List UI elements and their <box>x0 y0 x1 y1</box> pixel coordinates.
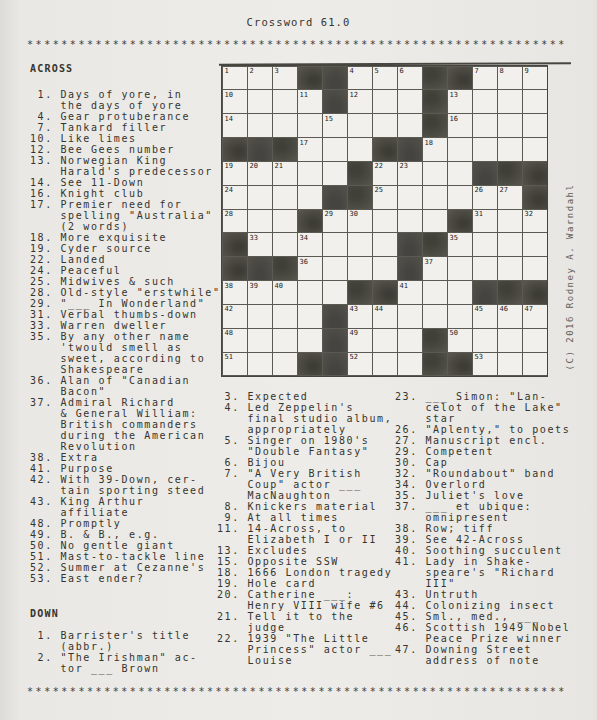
grid-cell[interactable] <box>398 90 422 113</box>
grid-cell[interactable] <box>448 281 472 304</box>
cell-number: 19 <box>225 162 233 170</box>
grid-cell[interactable]: 41 <box>398 281 422 304</box>
grid-cell[interactable]: 51 <box>223 353 247 376</box>
cell-number: 41 <box>400 282 408 290</box>
grid-cell[interactable]: 31 <box>473 210 497 233</box>
cell-number: 24 <box>225 186 233 194</box>
cell-number: 10 <box>225 91 233 99</box>
grid-cell[interactable] <box>473 257 497 280</box>
cell-number: 9 <box>525 67 529 75</box>
grid-cell[interactable]: 2 <box>248 67 272 90</box>
grid-cell[interactable]: 37 <box>423 257 447 280</box>
grid-cell[interactable] <box>498 233 522 256</box>
cell-number: 31 <box>475 210 483 218</box>
grid-cell[interactable] <box>523 114 547 137</box>
cell-number: 42 <box>225 305 233 313</box>
grid-cell[interactable] <box>348 114 372 137</box>
grid-cell-black <box>298 353 322 376</box>
grid-cell-black <box>323 67 347 90</box>
grid-cell[interactable]: 18 <box>423 138 447 161</box>
grid-cell[interactable]: 21 <box>273 162 297 185</box>
grid-cell[interactable]: 43 <box>348 305 372 328</box>
grid-cell[interactable] <box>448 257 472 280</box>
grid-cell[interactable] <box>523 353 547 376</box>
grid-cell[interactable]: 5 <box>373 67 397 90</box>
across-clue-list: 1. Days of yore, in the days of yore 4. … <box>30 89 221 584</box>
cell-number: 51 <box>225 353 233 361</box>
grid-cell[interactable]: 22 <box>373 162 397 185</box>
cell-number: 8 <box>500 67 504 75</box>
grid-cell[interactable]: 27 <box>498 186 522 209</box>
grid-cell-black <box>398 138 422 161</box>
grid-cell[interactable] <box>523 233 547 256</box>
grid-cell-black <box>348 281 372 304</box>
cell-number: 13 <box>450 91 458 99</box>
grid-cell[interactable] <box>498 90 522 113</box>
grid-cell-black <box>423 353 447 376</box>
grid-cell-black <box>223 138 247 161</box>
grid-cell-black <box>373 281 397 304</box>
grid-cell[interactable] <box>323 257 347 280</box>
separator-top: ****************************************… <box>27 39 567 50</box>
grid-cell-black <box>348 162 372 185</box>
grid-cell[interactable]: 3 <box>273 67 297 90</box>
cell-number: 12 <box>350 91 358 99</box>
grid-cell[interactable]: 44 <box>373 305 397 328</box>
grid-cell[interactable]: 46 <box>498 305 522 328</box>
cell-number: 7 <box>475 67 479 75</box>
grid-cell[interactable]: 16 <box>448 114 472 137</box>
grid-cell[interactable] <box>323 138 347 161</box>
grid-cell[interactable] <box>248 305 272 328</box>
grid-cell-black <box>323 186 347 209</box>
grid-cell[interactable] <box>423 305 447 328</box>
grid-cell[interactable]: 9 <box>523 67 547 90</box>
grid-cell-black <box>448 210 472 233</box>
grid-cell[interactable]: 28 <box>223 210 247 233</box>
copyright-text: (C) 2016 Rodney A. Warndahl <box>565 182 577 372</box>
grid-cell[interactable] <box>273 90 297 113</box>
grid-cell[interactable] <box>373 90 397 113</box>
grid-cell-black <box>498 162 522 185</box>
grid-cell-black <box>423 233 447 256</box>
grid-cell[interactable]: 34 <box>298 233 322 256</box>
grid-cell[interactable]: 40 <box>273 281 297 304</box>
grid-cell-black <box>298 210 322 233</box>
grid-cell[interactable] <box>273 329 297 352</box>
grid-cell[interactable] <box>448 138 472 161</box>
grid-cell-black <box>498 281 522 304</box>
grid-cell[interactable] <box>398 114 422 137</box>
grid-cell[interactable]: 47 <box>523 305 547 328</box>
grid-cell[interactable] <box>423 281 447 304</box>
grid-cell[interactable]: 50 <box>448 329 472 352</box>
cell-number: 11 <box>300 91 308 99</box>
grid-cell-black <box>473 281 497 304</box>
grid-cell[interactable] <box>448 305 472 328</box>
grid-cell-black <box>273 257 297 280</box>
grid-cell[interactable] <box>248 353 272 376</box>
grid-cell[interactable] <box>298 186 322 209</box>
clue-column-left: ACROSS 1. Days of yore, in the days of y… <box>30 63 221 674</box>
grid-cell[interactable] <box>398 329 422 352</box>
cell-number: 5 <box>375 67 379 75</box>
grid-cell-black <box>323 353 347 376</box>
grid-cell[interactable]: 38 <box>223 281 247 304</box>
grid-cell[interactable] <box>248 90 272 113</box>
grid-cell[interactable] <box>273 353 297 376</box>
grid-cell[interactable]: 35 <box>448 233 472 256</box>
cell-number: 50 <box>450 329 458 337</box>
grid-cell[interactable] <box>523 257 547 280</box>
cell-number: 30 <box>350 210 358 218</box>
down-clue-list-1: 1. Barrister's title (abbr.) 2. "The Iri… <box>30 630 221 674</box>
cell-number: 16 <box>450 115 458 123</box>
grid-cell[interactable]: 32 <box>523 210 547 233</box>
grid-cell[interactable] <box>298 329 322 352</box>
cell-number: 18 <box>425 139 433 147</box>
grid-cell[interactable]: 14 <box>223 114 247 137</box>
grid-cell[interactable] <box>273 186 297 209</box>
grid-cell[interactable] <box>398 353 422 376</box>
grid-cell-black <box>523 186 547 209</box>
cell-number: 20 <box>250 162 258 170</box>
grid-cell-black <box>448 67 472 90</box>
grid-cell[interactable]: 53 <box>473 353 497 376</box>
grid-cell[interactable] <box>373 257 397 280</box>
cell-number: 3 <box>275 67 279 75</box>
grid-cell[interactable] <box>423 186 447 209</box>
grid-cell[interactable]: 19 <box>223 162 247 185</box>
grid-cell[interactable] <box>348 257 372 280</box>
cell-number: 53 <box>475 353 483 361</box>
grid-cell[interactable]: 26 <box>473 186 497 209</box>
cell-number: 6 <box>400 67 404 75</box>
down-clue-list-3: 23. ___ Simon: "Lan- celot of the Lake" … <box>395 391 570 666</box>
grid-cell[interactable]: 39 <box>248 281 272 304</box>
grid-cell[interactable] <box>273 233 297 256</box>
grid-cell[interactable] <box>498 210 522 233</box>
grid-cell[interactable] <box>323 281 347 304</box>
grid-cell[interactable] <box>498 138 522 161</box>
grid-cell[interactable]: 17 <box>298 138 322 161</box>
grid-cell[interactable]: 1 <box>223 67 247 90</box>
cell-number: 25 <box>375 186 383 194</box>
cell-number: 44 <box>375 305 383 313</box>
grid-cell[interactable] <box>448 186 472 209</box>
cell-number: 4 <box>350 67 354 75</box>
cell-number: 39 <box>250 282 258 290</box>
grid-cell[interactable]: 48 <box>223 329 247 352</box>
grid-cell-black <box>248 257 272 280</box>
grid-cell[interactable] <box>498 353 522 376</box>
cell-number: 48 <box>225 329 233 337</box>
grid-cell[interactable] <box>523 90 547 113</box>
grid-cell[interactable] <box>348 233 372 256</box>
grid-cell-black <box>423 67 447 90</box>
grid-cell[interactable]: 36 <box>298 257 322 280</box>
grid-cell-black <box>323 90 347 113</box>
cell-number: 45 <box>475 305 483 313</box>
grid-cell[interactable]: 23 <box>398 162 422 185</box>
cell-number: 40 <box>275 282 283 290</box>
grid-cell[interactable] <box>248 329 272 352</box>
grid-cell[interactable]: 45 <box>473 305 497 328</box>
cell-number: 36 <box>300 258 308 266</box>
grid-cell[interactable] <box>398 186 422 209</box>
grid-cell[interactable]: 13 <box>448 90 472 113</box>
cell-number: 38 <box>225 282 233 290</box>
scanned-crossword-page: Crossword 61.0 *************************… <box>0 0 597 720</box>
grid-cell[interactable] <box>373 210 397 233</box>
grid-cell[interactable] <box>348 138 372 161</box>
grid-cell[interactable] <box>398 305 422 328</box>
cell-number: 22 <box>375 162 383 170</box>
grid-cell[interactable]: 33 <box>248 233 272 256</box>
cell-number: 2 <box>250 67 254 75</box>
grid-cell-black <box>423 90 447 113</box>
grid-cell[interactable] <box>273 114 297 137</box>
grid-cell-black <box>223 257 247 280</box>
grid-cell[interactable] <box>323 162 347 185</box>
grid-cell[interactable] <box>248 210 272 233</box>
down-header: DOWN <box>30 608 221 619</box>
grid-cell[interactable] <box>523 138 547 161</box>
grid-cell[interactable]: 10 <box>223 90 247 113</box>
grid-cell[interactable] <box>448 162 472 185</box>
grid-cell[interactable] <box>373 329 397 352</box>
grid-cell-black <box>223 233 247 256</box>
grid-cell-black <box>298 67 322 90</box>
grid-cell[interactable] <box>273 210 297 233</box>
cell-number: 28 <box>225 210 233 218</box>
grid-cell-black <box>323 329 347 352</box>
grid-cell[interactable] <box>473 233 497 256</box>
grid-cell[interactable]: 20 <box>248 162 272 185</box>
cell-number: 1 <box>225 67 229 75</box>
grid-cell[interactable] <box>273 305 297 328</box>
grid-cell[interactable]: 25 <box>373 186 397 209</box>
cell-number: 52 <box>350 353 358 361</box>
across-header: ACROSS <box>30 63 221 74</box>
grid-cell-black <box>448 353 472 376</box>
grid-cell[interactable]: 7 <box>473 67 497 90</box>
cell-number: 15 <box>325 115 333 123</box>
cell-number: 32 <box>525 210 533 218</box>
grid-cell-black <box>273 138 297 161</box>
grid-cell[interactable]: 4 <box>348 67 372 90</box>
grid-cell-black <box>323 305 347 328</box>
grid-cell[interactable]: 24 <box>223 186 247 209</box>
separator-bottom: ****************************************… <box>27 686 567 697</box>
grid-cell[interactable] <box>498 329 522 352</box>
cell-number: 35 <box>450 234 458 242</box>
grid-cell-black <box>398 257 422 280</box>
grid-cell[interactable]: 6 <box>398 67 422 90</box>
cell-number: 29 <box>325 210 333 218</box>
grid-cell[interactable] <box>248 186 272 209</box>
cell-number: 47 <box>525 305 533 313</box>
cell-number: 49 <box>350 329 358 337</box>
grid-cell-black <box>398 233 422 256</box>
cell-number: 27 <box>500 186 508 194</box>
cell-number: 33 <box>250 234 258 242</box>
grid-cell[interactable]: 11 <box>298 90 322 113</box>
cell-number: 26 <box>475 186 483 194</box>
grid-cell[interactable] <box>398 210 422 233</box>
grid-cell-black <box>523 281 547 304</box>
grid-cell[interactable]: 15 <box>323 114 347 137</box>
grid-cell-black <box>423 114 447 137</box>
cell-number: 17 <box>300 139 308 147</box>
grid-cell[interactable] <box>248 114 272 137</box>
grid-cell[interactable] <box>373 114 397 137</box>
cell-number: 37 <box>425 258 433 266</box>
cell-number: 21 <box>275 162 283 170</box>
crossword-grid: 1234567891011121314151617181920212223242… <box>221 65 548 377</box>
grid-cell[interactable] <box>298 281 322 304</box>
cell-number: 43 <box>350 305 358 313</box>
puzzle-title: Crossword 61.0 <box>0 16 597 28</box>
grid-cell[interactable] <box>298 114 322 137</box>
grid-cell-black <box>473 162 497 185</box>
cell-number: 14 <box>225 115 233 123</box>
grid-cell[interactable]: 52 <box>348 353 372 376</box>
grid-cell-black <box>423 329 447 352</box>
grid-cell[interactable] <box>323 233 347 256</box>
grid-cell-black <box>523 162 547 185</box>
down-clue-list-2: 3. Expected 4. Led Zeppelin's final stud… <box>217 391 392 666</box>
cell-number: 46 <box>500 305 508 313</box>
grid-cell[interactable]: 30 <box>348 210 372 233</box>
grid-cell[interactable]: 29 <box>323 210 347 233</box>
grid-cell[interactable] <box>473 138 497 161</box>
grid-cell[interactable] <box>473 90 497 113</box>
grid-cell[interactable] <box>498 114 522 137</box>
cell-number: 34 <box>300 234 308 242</box>
grid-cell[interactable]: 49 <box>348 329 372 352</box>
grid-cell[interactable] <box>423 162 447 185</box>
grid-cell[interactable] <box>423 210 447 233</box>
grid-cell[interactable] <box>473 114 497 137</box>
grid-cell-black <box>373 138 397 161</box>
grid-cell[interactable]: 42 <box>223 305 247 328</box>
grid-cell[interactable] <box>298 305 322 328</box>
grid-cell[interactable] <box>373 353 397 376</box>
grid-cell[interactable] <box>498 257 522 280</box>
grid-cell[interactable] <box>523 329 547 352</box>
grid-cell[interactable] <box>473 329 497 352</box>
grid-cell[interactable] <box>298 162 322 185</box>
grid-cell[interactable]: 12 <box>348 90 372 113</box>
grid-cell[interactable]: 8 <box>498 67 522 90</box>
grid-cell[interactable] <box>373 233 397 256</box>
grid-cell-black <box>348 186 372 209</box>
cell-number: 23 <box>400 162 408 170</box>
grid-cell-black <box>248 138 272 161</box>
